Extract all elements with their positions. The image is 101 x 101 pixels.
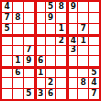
sudoku-cell-given[interactable]: 4 xyxy=(2,2,12,12)
sudoku-cell-empty[interactable] xyxy=(46,35,56,45)
sudoku-cell-empty[interactable] xyxy=(89,2,99,12)
sudoku-cell-given[interactable]: 9 xyxy=(24,56,34,66)
sudoku-cell-empty[interactable] xyxy=(78,13,88,23)
sudoku-cell-given[interactable]: 1 xyxy=(35,67,45,77)
sudoku-cell-empty[interactable] xyxy=(78,67,88,77)
sudoku-cell-empty[interactable] xyxy=(46,67,56,77)
sudoku-cell-empty[interactable] xyxy=(78,2,88,12)
sudoku-cell-given[interactable]: 5 xyxy=(89,67,99,77)
sudoku-cell-empty[interactable] xyxy=(24,78,34,88)
sudoku-cell-empty[interactable] xyxy=(46,46,56,56)
sudoku-cell-empty[interactable] xyxy=(35,24,45,34)
sudoku-cell-given[interactable]: 4 xyxy=(89,78,99,88)
sudoku-cell-empty[interactable] xyxy=(67,89,77,99)
sudoku-cell-given[interactable]: 3 xyxy=(35,89,45,99)
sudoku-cell-given[interactable]: 7 xyxy=(78,24,88,34)
sudoku-cell-empty[interactable] xyxy=(89,56,99,66)
sudoku-cell-empty[interactable] xyxy=(2,46,12,56)
sudoku-cell-empty[interactable] xyxy=(46,24,56,34)
sudoku-cell-given[interactable]: 7 xyxy=(89,89,99,99)
sudoku-cell-empty[interactable] xyxy=(78,56,88,66)
sudoku-cell-given[interactable]: 6 xyxy=(13,67,23,77)
sudoku-cell-given[interactable]: 1 xyxy=(56,24,66,34)
sudoku-cell-given[interactable]: 3 xyxy=(67,46,77,56)
sudoku-cell-empty[interactable] xyxy=(89,46,99,56)
sudoku-cell-empty[interactable] xyxy=(56,78,66,88)
sudoku-cell-given[interactable]: 5 xyxy=(2,24,12,34)
sudoku-cell-empty[interactable] xyxy=(56,89,66,99)
sudoku-cell-given[interactable]: 9 xyxy=(67,2,77,12)
sudoku-cell-empty[interactable] xyxy=(2,35,12,45)
sudoku-cell-empty[interactable] xyxy=(67,56,77,66)
sudoku-cell-given[interactable]: 8 xyxy=(78,78,88,88)
sudoku-cell-empty[interactable] xyxy=(35,78,45,88)
sudoku-cell-empty[interactable] xyxy=(67,13,77,23)
sudoku-cell-empty[interactable] xyxy=(2,78,12,88)
sudoku-cell-empty[interactable] xyxy=(13,35,23,45)
sudoku-cell-empty[interactable] xyxy=(13,89,23,99)
sudoku-cell-empty[interactable] xyxy=(2,89,12,99)
sudoku-cell-empty[interactable] xyxy=(35,35,45,45)
sudoku-cell-empty[interactable] xyxy=(89,13,99,23)
sudoku-cell-given[interactable]: 4 xyxy=(67,35,77,45)
sudoku-cell-given[interactable]: 5 xyxy=(46,2,56,12)
sudoku-cell-given[interactable]: 7 xyxy=(24,46,34,56)
sudoku-cell-empty[interactable] xyxy=(35,2,45,12)
sudoku-cell-empty[interactable] xyxy=(78,46,88,56)
sudoku-cell-given[interactable]: 1 xyxy=(78,35,88,45)
sudoku-cell-empty[interactable] xyxy=(67,67,77,77)
sudoku-cell-empty[interactable] xyxy=(67,24,77,34)
sudoku-cell-empty[interactable] xyxy=(46,56,56,66)
sudoku-cell-empty[interactable] xyxy=(56,67,66,77)
sudoku-cell-empty[interactable] xyxy=(78,89,88,99)
sudoku-cell-empty[interactable] xyxy=(89,24,99,34)
sudoku-cell-empty[interactable] xyxy=(2,67,12,77)
sudoku-board: 4589789517241731966152845367 xyxy=(0,0,101,101)
sudoku-cell-given[interactable]: 2 xyxy=(56,35,66,45)
sudoku-cell-empty[interactable] xyxy=(67,78,77,88)
sudoku-cell-given[interactable]: 1 xyxy=(13,56,23,66)
sudoku-cell-empty[interactable] xyxy=(24,24,34,34)
sudoku-cell-empty[interactable] xyxy=(56,13,66,23)
sudoku-cell-empty[interactable] xyxy=(13,78,23,88)
sudoku-cell-given[interactable]: 7 xyxy=(2,13,12,23)
sudoku-cell-empty[interactable] xyxy=(24,2,34,12)
sudoku-cell-given[interactable]: 5 xyxy=(24,89,34,99)
sudoku-cell-given[interactable]: 2 xyxy=(46,78,56,88)
sudoku-cell-empty[interactable] xyxy=(13,2,23,12)
sudoku-cell-given[interactable]: 8 xyxy=(13,13,23,23)
sudoku-cell-empty[interactable] xyxy=(24,13,34,23)
sudoku-cell-given[interactable]: 6 xyxy=(35,56,45,66)
sudoku-cell-given[interactable]: 8 xyxy=(56,2,66,12)
sudoku-cell-empty[interactable] xyxy=(89,35,99,45)
sudoku-cell-empty[interactable] xyxy=(56,46,66,56)
sudoku-cell-given[interactable]: 9 xyxy=(46,13,56,23)
sudoku-cell-empty[interactable] xyxy=(35,46,45,56)
sudoku-cell-given[interactable]: 6 xyxy=(46,89,56,99)
sudoku-cell-empty[interactable] xyxy=(13,46,23,56)
sudoku-cell-empty[interactable] xyxy=(24,67,34,77)
sudoku-cell-empty[interactable] xyxy=(35,13,45,23)
sudoku-cell-empty[interactable] xyxy=(2,56,12,66)
sudoku-cell-empty[interactable] xyxy=(13,24,23,34)
sudoku-cell-empty[interactable] xyxy=(56,56,66,66)
sudoku-cell-empty[interactable] xyxy=(24,35,34,45)
